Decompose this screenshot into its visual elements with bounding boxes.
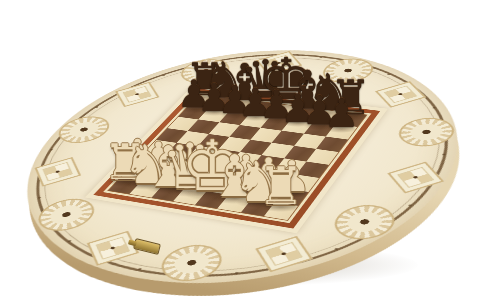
piece-white-rook[interactable]: ♜ (258, 161, 304, 213)
piece-black-pawn[interactable]: ♟ (324, 94, 360, 134)
chess-set-photo: ♜♞♝♛♚♟♝♟♞♟♜♟♟♟♟♟♟♟♟♟♜♟♞♟♝♟♛♟♚♝♞♜ (0, 0, 480, 296)
